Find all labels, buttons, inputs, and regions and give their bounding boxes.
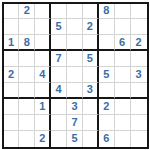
- cell-r1c3[interactable]: [35, 4, 51, 20]
- cell-r2c5[interactable]: [67, 19, 83, 35]
- cell-r1c5[interactable]: [67, 4, 83, 20]
- cell-r6c5[interactable]: [67, 83, 83, 99]
- cell-r2c4-given-5[interactable]: 5: [51, 19, 67, 35]
- cell-r3c1-given-1[interactable]: 1: [4, 35, 20, 51]
- cell-r3c7[interactable]: [99, 35, 115, 51]
- page: 28521862752453431327256: [0, 0, 150, 150]
- cell-r2c2[interactable]: [19, 19, 35, 35]
- cell-r6c8[interactable]: [115, 83, 131, 99]
- cell-r4c1[interactable]: [4, 51, 20, 67]
- cell-r5c5[interactable]: [67, 67, 83, 83]
- cell-r5c8[interactable]: [115, 67, 131, 83]
- cell-r8c6[interactable]: [83, 115, 99, 131]
- cell-r4c3[interactable]: [35, 51, 51, 67]
- cell-r8c7[interactable]: [99, 115, 115, 131]
- cell-r6c2[interactable]: [19, 83, 35, 99]
- cell-r9c4[interactable]: [51, 131, 67, 147]
- cell-r3c6[interactable]: [83, 35, 99, 51]
- cell-r2c9[interactable]: [131, 19, 147, 35]
- cell-r5c3-given-4[interactable]: 4: [35, 67, 51, 83]
- cell-r4c6-given-5[interactable]: 5: [83, 51, 99, 67]
- cell-r4c8[interactable]: [115, 51, 131, 67]
- cell-r6c7[interactable]: [99, 83, 115, 99]
- cell-r7c6[interactable]: [83, 99, 99, 115]
- cell-r1c8[interactable]: [115, 4, 131, 20]
- cell-r1c6[interactable]: [83, 4, 99, 20]
- cell-r1c4[interactable]: [51, 4, 67, 20]
- cell-r5c6[interactable]: [83, 67, 99, 83]
- cell-r6c3[interactable]: [35, 83, 51, 99]
- cell-r1c9[interactable]: [131, 4, 147, 20]
- cell-r2c8[interactable]: [115, 19, 131, 35]
- cell-r2c7[interactable]: [99, 19, 115, 35]
- cell-r1c7-given-8[interactable]: 8: [99, 4, 115, 20]
- cell-r6c9[interactable]: [131, 83, 147, 99]
- cell-r5c1-given-2[interactable]: 2: [4, 67, 20, 83]
- cell-r8c8[interactable]: [115, 115, 131, 131]
- cell-r3c2-given-8[interactable]: 8: [19, 35, 35, 51]
- sudoku-board: 28521862752453431327256: [2, 2, 149, 149]
- cell-r4c7[interactable]: [99, 51, 115, 67]
- cell-r6c4-given-4[interactable]: 4: [51, 83, 67, 99]
- cell-r7c4[interactable]: [51, 99, 67, 115]
- cell-r9c7-given-6[interactable]: 6: [99, 131, 115, 147]
- cell-r6c6-given-3[interactable]: 3: [83, 83, 99, 99]
- cell-r9c5-given-5[interactable]: 5: [67, 131, 83, 147]
- cell-r8c3[interactable]: [35, 115, 51, 131]
- cell-r7c3-given-1[interactable]: 1: [35, 99, 51, 115]
- cell-r8c5-given-7[interactable]: 7: [67, 115, 83, 131]
- cell-r4c9[interactable]: [131, 51, 147, 67]
- cell-r2c3[interactable]: [35, 19, 51, 35]
- cell-r3c4[interactable]: [51, 35, 67, 51]
- cell-r3c8-given-6[interactable]: 6: [115, 35, 131, 51]
- cell-r5c7-given-5[interactable]: 5: [99, 67, 115, 83]
- cell-r8c2[interactable]: [19, 115, 35, 131]
- cell-r9c6[interactable]: [83, 131, 99, 147]
- cell-r9c9[interactable]: [131, 131, 147, 147]
- cell-r4c4-given-7[interactable]: 7: [51, 51, 67, 67]
- cell-r4c2[interactable]: [19, 51, 35, 67]
- cell-r9c8[interactable]: [115, 131, 131, 147]
- cell-r7c7-given-2[interactable]: 2: [99, 99, 115, 115]
- cell-r7c2[interactable]: [19, 99, 35, 115]
- cell-r1c2-given-2[interactable]: 2: [19, 4, 35, 20]
- cell-r3c5[interactable]: [67, 35, 83, 51]
- cell-r8c4[interactable]: [51, 115, 67, 131]
- cell-r7c9[interactable]: [131, 99, 147, 115]
- cell-r5c2[interactable]: [19, 67, 35, 83]
- cell-r7c8[interactable]: [115, 99, 131, 115]
- cell-r5c4[interactable]: [51, 67, 67, 83]
- cell-r8c9[interactable]: [131, 115, 147, 131]
- cell-r1c1[interactable]: [4, 4, 20, 20]
- cell-r2c1[interactable]: [4, 19, 20, 35]
- cell-r9c1[interactable]: [4, 131, 20, 147]
- cell-r9c3-given-2[interactable]: 2: [35, 131, 51, 147]
- cell-r6c1[interactable]: [4, 83, 20, 99]
- cell-r3c3[interactable]: [35, 35, 51, 51]
- cell-r3c9-given-2[interactable]: 2: [131, 35, 147, 51]
- cell-r4c5[interactable]: [67, 51, 83, 67]
- cell-r7c1[interactable]: [4, 99, 20, 115]
- cell-r7c5-given-3[interactable]: 3: [67, 99, 83, 115]
- cell-r9c2[interactable]: [19, 131, 35, 147]
- cell-r2c6-given-2[interactable]: 2: [83, 19, 99, 35]
- cell-r8c1[interactable]: [4, 115, 20, 131]
- cell-r5c9-given-3[interactable]: 3: [131, 67, 147, 83]
